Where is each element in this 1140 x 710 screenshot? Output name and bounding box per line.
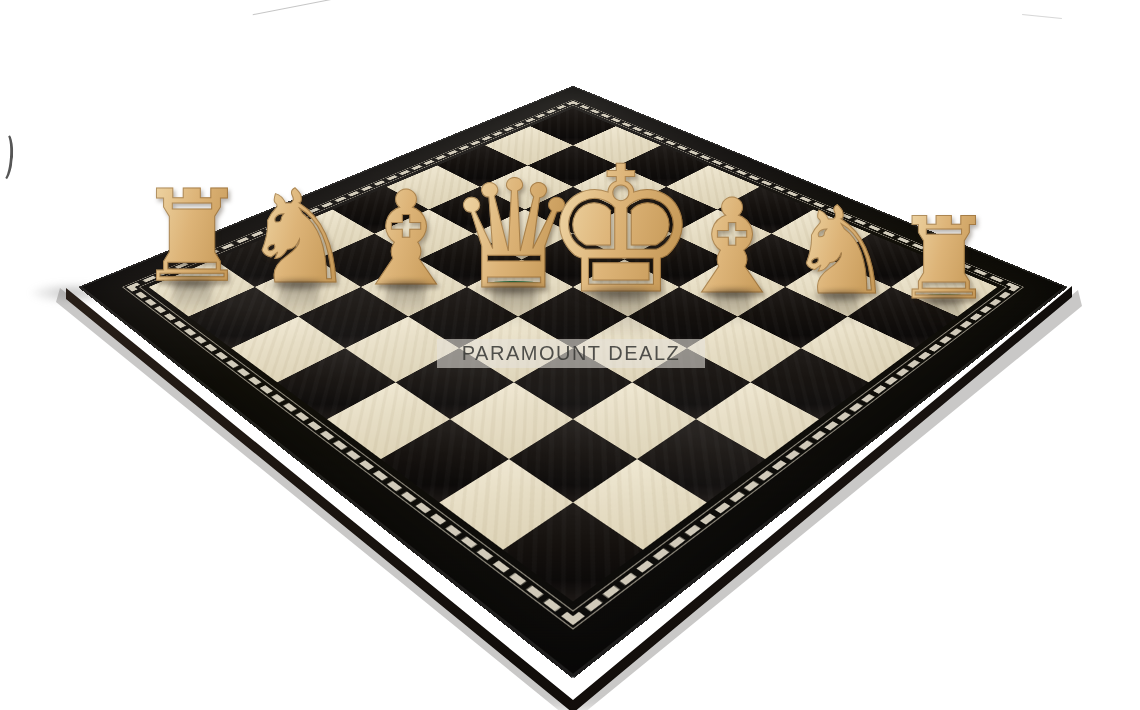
- watermark: PARAMOUNT DEALZ: [437, 339, 705, 368]
- chessboard: [78, 86, 1068, 679]
- watermark-text: PARAMOUNT DEALZ: [462, 342, 680, 365]
- chessboard-product-photo: PARAMOUNT DEALZ ♜♞♝♛♚♝♞♜: [0, 0, 1140, 710]
